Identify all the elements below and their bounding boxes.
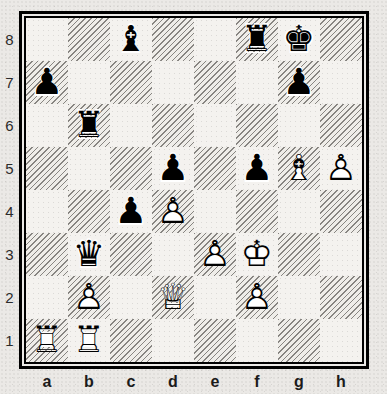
square-c5[interactable]: [110, 147, 152, 190]
chess-diagram: 87654321 ♝♝♜♜♚♚♟♟♟♟♜♜♟♟♟♟♝♗♟♙♟♟♟♙♛♛♟♙♚♔♟…: [0, 0, 387, 394]
square-c4[interactable]: ♟♟: [110, 190, 152, 233]
square-e2[interactable]: [194, 276, 236, 319]
king-glyph: ♚: [283, 21, 315, 57]
piece-black-pawn[interactable]: ♟♟: [152, 147, 194, 190]
square-h3[interactable]: [320, 233, 362, 276]
square-d4[interactable]: ♟♙: [152, 190, 194, 233]
rank-labels: 87654321: [0, 18, 19, 362]
square-e3[interactable]: ♟♙: [194, 233, 236, 276]
file-label-b: b: [68, 371, 110, 393]
square-g4[interactable]: [278, 190, 320, 233]
file-labels: abcdefgh: [26, 371, 362, 393]
square-e7[interactable]: [194, 61, 236, 104]
square-g6[interactable]: [278, 104, 320, 147]
square-d3[interactable]: [152, 233, 194, 276]
file-label-c: c: [110, 371, 152, 393]
piece-white-king[interactable]: ♚♔: [236, 233, 278, 276]
square-d8[interactable]: [152, 18, 194, 61]
piece-white-rook[interactable]: ♜♖: [68, 319, 110, 362]
square-b1[interactable]: ♜♖: [68, 319, 110, 362]
square-f8[interactable]: ♜♜: [236, 18, 278, 61]
square-d5[interactable]: ♟♟: [152, 147, 194, 190]
rank-label-2: 2: [0, 276, 19, 319]
square-f5[interactable]: ♟♟: [236, 147, 278, 190]
square-h1[interactable]: [320, 319, 362, 362]
square-h6[interactable]: [320, 104, 362, 147]
rook-glyph: ♜: [241, 21, 273, 57]
pawn-glyph: ♟: [241, 150, 273, 186]
file-label-e: e: [194, 371, 236, 393]
square-c1[interactable]: [110, 319, 152, 362]
square-a1[interactable]: ♜♖: [26, 319, 68, 362]
piece-black-queen[interactable]: ♛♛: [68, 233, 110, 276]
rook-glyph: ♖: [31, 322, 63, 358]
square-g2[interactable]: [278, 276, 320, 319]
piece-white-pawn[interactable]: ♟♙: [236, 276, 278, 319]
file-label-g: g: [278, 371, 320, 393]
pawn-glyph: ♙: [73, 279, 105, 315]
piece-white-pawn[interactable]: ♟♙: [68, 276, 110, 319]
rank-label-8: 8: [0, 18, 19, 61]
square-c3[interactable]: [110, 233, 152, 276]
rank-label-1: 1: [0, 319, 19, 362]
file-label-f: f: [236, 371, 278, 393]
pawn-glyph: ♟: [283, 64, 315, 100]
square-b6[interactable]: ♜♜: [68, 104, 110, 147]
piece-black-king[interactable]: ♚♚: [278, 18, 320, 61]
square-d1[interactable]: [152, 319, 194, 362]
square-c2[interactable]: [110, 276, 152, 319]
rank-label-7: 7: [0, 61, 19, 104]
piece-white-bishop[interactable]: ♝♗: [278, 147, 320, 190]
pawn-glyph: ♙: [157, 193, 189, 229]
square-g3[interactable]: [278, 233, 320, 276]
square-a7[interactable]: ♟♟: [26, 61, 68, 104]
pawn-glyph: ♙: [199, 236, 231, 272]
square-g1[interactable]: [278, 319, 320, 362]
rook-glyph: ♜: [73, 107, 105, 143]
square-f4[interactable]: [236, 190, 278, 233]
bishop-glyph: ♗: [283, 150, 315, 186]
board-frame: ♝♝♜♜♚♚♟♟♟♟♜♜♟♟♟♟♝♗♟♙♟♟♟♙♛♛♟♙♚♔♟♙♛♕♟♙♜♖♜♖: [19, 11, 369, 369]
square-b5[interactable]: [68, 147, 110, 190]
piece-white-pawn[interactable]: ♟♙: [320, 147, 362, 190]
square-a5[interactable]: [26, 147, 68, 190]
piece-black-rook[interactable]: ♜♜: [68, 104, 110, 147]
square-d6[interactable]: [152, 104, 194, 147]
square-h7[interactable]: [320, 61, 362, 104]
square-f3[interactable]: ♚♔: [236, 233, 278, 276]
square-f2[interactable]: ♟♙: [236, 276, 278, 319]
piece-black-pawn[interactable]: ♟♟: [110, 190, 152, 233]
piece-white-rook[interactable]: ♜♖: [26, 319, 68, 362]
square-g5[interactable]: ♝♗: [278, 147, 320, 190]
chess-board: ♝♝♜♜♚♚♟♟♟♟♜♜♟♟♟♟♝♗♟♙♟♟♟♙♛♛♟♙♚♔♟♙♛♕♟♙♜♖♜♖: [26, 18, 362, 362]
rank-label-6: 6: [0, 104, 19, 147]
square-c6[interactable]: [110, 104, 152, 147]
square-b3[interactable]: ♛♛: [68, 233, 110, 276]
piece-white-queen[interactable]: ♛♕: [152, 276, 194, 319]
square-e5[interactable]: [194, 147, 236, 190]
file-label-d: d: [152, 371, 194, 393]
pawn-glyph: ♟: [157, 150, 189, 186]
square-h4[interactable]: [320, 190, 362, 233]
piece-black-bishop[interactable]: ♝♝: [110, 18, 152, 61]
bishop-glyph: ♝: [115, 21, 147, 57]
square-a4[interactable]: [26, 190, 68, 233]
square-e4[interactable]: [194, 190, 236, 233]
queen-glyph: ♛: [73, 236, 105, 272]
rank-label-3: 3: [0, 233, 19, 276]
piece-white-pawn[interactable]: ♟♙: [194, 233, 236, 276]
square-a6[interactable]: [26, 104, 68, 147]
square-c8[interactable]: ♝♝: [110, 18, 152, 61]
pawn-glyph: ♟: [115, 193, 147, 229]
square-h2[interactable]: [320, 276, 362, 319]
square-g8[interactable]: ♚♚: [278, 18, 320, 61]
square-h5[interactable]: ♟♙: [320, 147, 362, 190]
piece-white-pawn[interactable]: ♟♙: [152, 190, 194, 233]
square-e1[interactable]: [194, 319, 236, 362]
board-inner-border: ♝♝♜♜♚♚♟♟♟♟♜♜♟♟♟♟♝♗♟♙♟♟♟♙♛♛♟♙♚♔♟♙♛♕♟♙♜♖♜♖: [24, 16, 364, 364]
square-b7[interactable]: [68, 61, 110, 104]
rook-glyph: ♖: [73, 322, 105, 358]
square-d2[interactable]: ♛♕: [152, 276, 194, 319]
file-label-h: h: [320, 371, 362, 393]
square-f6[interactable]: [236, 104, 278, 147]
square-c7[interactable]: [110, 61, 152, 104]
piece-black-rook[interactable]: ♜♜: [236, 18, 278, 61]
piece-black-pawn[interactable]: ♟♟: [26, 61, 68, 104]
square-b8[interactable]: [68, 18, 110, 61]
square-a3[interactable]: [26, 233, 68, 276]
square-f1[interactable]: [236, 319, 278, 362]
square-a8[interactable]: [26, 18, 68, 61]
square-e6[interactable]: [194, 104, 236, 147]
rank-label-4: 4: [0, 190, 19, 233]
square-b4[interactable]: [68, 190, 110, 233]
pawn-glyph: ♙: [325, 150, 357, 186]
square-b2[interactable]: ♟♙: [68, 276, 110, 319]
king-glyph: ♔: [241, 236, 273, 272]
piece-black-pawn[interactable]: ♟♟: [278, 61, 320, 104]
pawn-glyph: ♟: [31, 64, 63, 100]
square-d7[interactable]: [152, 61, 194, 104]
pawn-glyph: ♙: [241, 279, 273, 315]
rank-label-5: 5: [0, 147, 19, 190]
square-h8[interactable]: [320, 18, 362, 61]
square-e8[interactable]: [194, 18, 236, 61]
piece-black-pawn[interactable]: ♟♟: [236, 147, 278, 190]
queen-glyph: ♕: [157, 279, 189, 315]
square-g7[interactable]: ♟♟: [278, 61, 320, 104]
square-a2[interactable]: [26, 276, 68, 319]
square-f7[interactable]: [236, 61, 278, 104]
file-label-a: a: [26, 371, 68, 393]
